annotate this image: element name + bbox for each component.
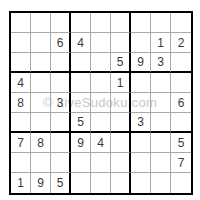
cell-r8c7[interactable] <box>131 153 151 173</box>
cell-r3c6[interactable]: 5 <box>111 53 131 73</box>
cell-r9c1[interactable]: 1 <box>11 173 31 193</box>
sudoku-board: 64125934183653789457195 <box>9 11 193 195</box>
cell-r4c6[interactable]: 1 <box>111 73 131 93</box>
cell-r1c1[interactable] <box>11 13 31 33</box>
cell-r6c7[interactable]: 3 <box>131 113 151 133</box>
cell-r8c1[interactable] <box>11 153 31 173</box>
cell-r8c4[interactable] <box>71 153 91 173</box>
cell-r4c7[interactable] <box>131 73 151 93</box>
cell-r3c4[interactable] <box>71 53 91 73</box>
cell-r3c8[interactable]: 3 <box>151 53 171 73</box>
cell-r6c8[interactable] <box>151 113 171 133</box>
cell-r6c1[interactable] <box>11 113 31 133</box>
cell-r9c5[interactable] <box>91 173 111 193</box>
cell-r7c7[interactable] <box>131 133 151 153</box>
cell-r9c7[interactable] <box>131 173 151 193</box>
cell-r8c9[interactable]: 7 <box>171 153 191 173</box>
cell-r7c8[interactable] <box>151 133 171 153</box>
cell-r1c4[interactable] <box>71 13 91 33</box>
cell-r3c9[interactable] <box>171 53 191 73</box>
cell-r7c4[interactable]: 9 <box>71 133 91 153</box>
cell-r2c2[interactable] <box>31 33 51 53</box>
cell-r4c3[interactable] <box>51 73 71 93</box>
cell-r5c3[interactable]: 3 <box>51 93 71 113</box>
cell-r4c1[interactable]: 4 <box>11 73 31 93</box>
cell-r7c1[interactable]: 7 <box>11 133 31 153</box>
cell-r5c2[interactable] <box>31 93 51 113</box>
cell-r9c2[interactable]: 9 <box>31 173 51 193</box>
cell-r1c7[interactable] <box>131 13 151 33</box>
cell-r3c3[interactable] <box>51 53 71 73</box>
sudoku-page: © LiveSudoku.com 64125934183653789457195 <box>0 0 200 200</box>
cell-r2c6[interactable] <box>111 33 131 53</box>
cell-r4c8[interactable] <box>151 73 171 93</box>
cell-r5c6[interactable] <box>111 93 131 113</box>
cell-r8c6[interactable] <box>111 153 131 173</box>
cell-r1c5[interactable] <box>91 13 111 33</box>
cell-r4c2[interactable] <box>31 73 51 93</box>
cell-r6c4[interactable]: 5 <box>71 113 91 133</box>
cell-r7c5[interactable]: 4 <box>91 133 111 153</box>
cell-r1c9[interactable] <box>171 13 191 33</box>
cell-r6c6[interactable] <box>111 113 131 133</box>
cell-r6c3[interactable] <box>51 113 71 133</box>
cell-r6c2[interactable] <box>31 113 51 133</box>
cell-r9c8[interactable] <box>151 173 171 193</box>
cell-r5c5[interactable] <box>91 93 111 113</box>
cell-r7c2[interactable]: 8 <box>31 133 51 153</box>
cell-r9c4[interactable] <box>71 173 91 193</box>
cell-r8c2[interactable] <box>31 153 51 173</box>
cell-r1c8[interactable] <box>151 13 171 33</box>
cell-r6c9[interactable] <box>171 113 191 133</box>
cell-r2c9[interactable]: 2 <box>171 33 191 53</box>
cell-r2c4[interactable]: 4 <box>71 33 91 53</box>
cell-r3c5[interactable] <box>91 53 111 73</box>
cell-r3c1[interactable] <box>11 53 31 73</box>
cell-r7c9[interactable]: 5 <box>171 133 191 153</box>
cell-r9c3[interactable]: 5 <box>51 173 71 193</box>
cell-r7c6[interactable] <box>111 133 131 153</box>
cell-r8c3[interactable] <box>51 153 71 173</box>
cell-r9c6[interactable] <box>111 173 131 193</box>
cell-r5c4[interactable] <box>71 93 91 113</box>
cell-r7c3[interactable] <box>51 133 71 153</box>
cell-r6c5[interactable] <box>91 113 111 133</box>
cell-r5c8[interactable] <box>151 93 171 113</box>
cell-r4c9[interactable] <box>171 73 191 93</box>
cell-r1c6[interactable] <box>111 13 131 33</box>
cell-r3c2[interactable] <box>31 53 51 73</box>
cell-r2c5[interactable] <box>91 33 111 53</box>
cell-r2c1[interactable] <box>11 33 31 53</box>
cell-r5c7[interactable] <box>131 93 151 113</box>
cell-r3c7[interactable]: 9 <box>131 53 151 73</box>
cell-r5c9[interactable]: 6 <box>171 93 191 113</box>
cell-r2c3[interactable]: 6 <box>51 33 71 53</box>
cell-r4c4[interactable] <box>71 73 91 93</box>
cell-r2c8[interactable]: 1 <box>151 33 171 53</box>
cell-r1c3[interactable] <box>51 13 71 33</box>
cell-r9c9[interactable] <box>171 173 191 193</box>
cell-r8c5[interactable] <box>91 153 111 173</box>
cell-r4c5[interactable] <box>91 73 111 93</box>
cell-r2c7[interactable] <box>131 33 151 53</box>
cell-r5c1[interactable]: 8 <box>11 93 31 113</box>
cell-r1c2[interactable] <box>31 13 51 33</box>
cell-r8c8[interactable] <box>151 153 171 173</box>
